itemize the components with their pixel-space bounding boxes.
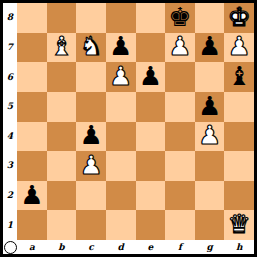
piece-white-queen: ♛ [228, 211, 251, 237]
square-b1[interactable] [47, 210, 77, 240]
piece-black-pawn: ♟ [109, 33, 132, 59]
file-label-b: b [47, 240, 77, 254]
square-g6[interactable] [195, 62, 225, 92]
file-label-d: d [106, 240, 136, 254]
rank-label-3: 3 [3, 151, 17, 181]
piece-black-pawn: ♟ [139, 63, 162, 89]
square-d2[interactable] [106, 181, 136, 211]
piece-black-pawn: ♟ [20, 182, 43, 208]
square-h3[interactable] [224, 151, 254, 181]
board-corner [3, 240, 17, 254]
file-label-a: a [17, 240, 47, 254]
rank-label-2: 2 [3, 181, 17, 211]
square-a2[interactable]: ♟ [17, 181, 47, 211]
rank-label-8: 8 [3, 3, 17, 33]
square-g1[interactable] [195, 210, 225, 240]
square-c7[interactable]: ♞ [76, 33, 106, 63]
square-h5[interactable] [224, 92, 254, 122]
square-a3[interactable] [17, 151, 47, 181]
rank-label-7: 7 [3, 33, 17, 63]
square-d3[interactable] [106, 151, 136, 181]
square-d6[interactable]: ♟ [106, 62, 136, 92]
file-label-h: h [224, 240, 254, 254]
file-label-f: f [165, 240, 195, 254]
white-to-move-indicator [4, 241, 17, 254]
piece-white-pawn: ♟ [228, 33, 251, 59]
square-g8[interactable] [195, 3, 225, 33]
square-h7[interactable]: ♟ [224, 33, 254, 63]
square-h6[interactable]: ♝ [224, 62, 254, 92]
square-g3[interactable] [195, 151, 225, 181]
file-label-e: e [136, 240, 166, 254]
square-f8[interactable]: ♚ [165, 3, 195, 33]
piece-black-pawn: ♟ [198, 33, 221, 59]
square-c1[interactable] [76, 210, 106, 240]
piece-white-knight: ♞ [79, 33, 102, 59]
square-e5[interactable] [136, 92, 166, 122]
square-f5[interactable] [165, 92, 195, 122]
square-a5[interactable] [17, 92, 47, 122]
square-b6[interactable] [47, 62, 77, 92]
square-a1[interactable] [17, 210, 47, 240]
square-b5[interactable] [47, 92, 77, 122]
rank-label-5: 5 [3, 92, 17, 122]
square-d1[interactable] [106, 210, 136, 240]
square-e6[interactable]: ♟ [136, 62, 166, 92]
rank-label-4: 4 [3, 122, 17, 152]
square-e1[interactable] [136, 210, 166, 240]
square-b2[interactable] [47, 181, 77, 211]
piece-white-bishop: ♝ [50, 33, 73, 59]
piece-black-king: ♚ [168, 4, 191, 30]
square-a4[interactable] [17, 122, 47, 152]
square-b7[interactable]: ♝ [47, 33, 77, 63]
square-c3[interactable]: ♟ [76, 151, 106, 181]
square-f3[interactable] [165, 151, 195, 181]
piece-white-pawn: ♟ [79, 152, 102, 178]
square-d4[interactable] [106, 122, 136, 152]
piece-black-pawn: ♟ [198, 93, 221, 119]
square-g7[interactable]: ♟ [195, 33, 225, 63]
rank-label-1: 1 [3, 210, 17, 240]
piece-white-pawn: ♟ [168, 33, 191, 59]
square-h1[interactable]: ♛ [224, 210, 254, 240]
chess-diagram: 8♚♚7♝♞♟♟♟♟6♟♟♝5♟4♟♟3♟2♟1♛abcdefgh [0, 0, 257, 257]
square-a6[interactable] [17, 62, 47, 92]
square-b3[interactable] [47, 151, 77, 181]
square-d5[interactable] [106, 92, 136, 122]
square-c2[interactable] [76, 181, 106, 211]
rank-label-6: 6 [3, 62, 17, 92]
square-f2[interactable] [165, 181, 195, 211]
piece-black-bishop: ♝ [228, 63, 251, 89]
piece-white-pawn: ♟ [198, 122, 221, 148]
square-d7[interactable]: ♟ [106, 33, 136, 63]
square-e8[interactable] [136, 3, 166, 33]
square-e3[interactable] [136, 151, 166, 181]
square-b8[interactable] [47, 3, 77, 33]
square-f6[interactable] [165, 62, 195, 92]
square-e4[interactable] [136, 122, 166, 152]
file-label-g: g [195, 240, 225, 254]
square-d8[interactable] [106, 3, 136, 33]
square-h4[interactable] [224, 122, 254, 152]
piece-black-pawn: ♟ [79, 122, 102, 148]
square-g5[interactable]: ♟ [195, 92, 225, 122]
square-c5[interactable] [76, 92, 106, 122]
square-e2[interactable] [136, 181, 166, 211]
piece-white-pawn: ♟ [109, 63, 132, 89]
square-f7[interactable]: ♟ [165, 33, 195, 63]
square-e7[interactable] [136, 33, 166, 63]
file-label-c: c [76, 240, 106, 254]
square-b4[interactable] [47, 122, 77, 152]
square-f1[interactable] [165, 210, 195, 240]
square-h2[interactable] [224, 181, 254, 211]
square-c8[interactable] [76, 3, 106, 33]
square-g4[interactable]: ♟ [195, 122, 225, 152]
square-c4[interactable]: ♟ [76, 122, 106, 152]
chess-board: 8♚♚7♝♞♟♟♟♟6♟♟♝5♟4♟♟3♟2♟1♛abcdefgh [3, 3, 254, 254]
square-c6[interactable] [76, 62, 106, 92]
square-a7[interactable] [17, 33, 47, 63]
square-a8[interactable] [17, 3, 47, 33]
square-f4[interactable] [165, 122, 195, 152]
square-h8[interactable]: ♚ [224, 3, 254, 33]
square-g2[interactable] [195, 181, 225, 211]
piece-white-king: ♚ [228, 4, 251, 30]
